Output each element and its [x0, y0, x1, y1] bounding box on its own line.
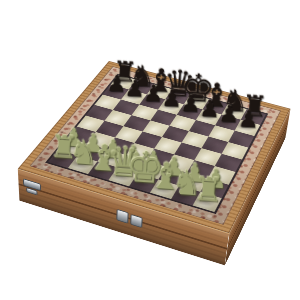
scene-caption: Folding wooden-box chess set with inlaid… — [0, 0, 1, 1]
photo-stage: ♜♞♝♛♚♝♞♜♟♟♟♟♟♟♟♟♟♟♟♟♟♟♟♟♜♞♝♛♚♝♞♜ — [0, 0, 300, 300]
clasp-plate — [116, 209, 128, 224]
chess-set-product-photo: Folding wooden-box chess set with inlaid… — [0, 0, 300, 300]
clasp-front-center — [116, 209, 144, 230]
board-square-h5 — [222, 142, 249, 160]
chess-box-top: ♜♞♝♛♚♝♞♜♟♟♟♟♟♟♟♟♟♟♟♟♟♟♟♟♜♞♝♛♚♝♞♜ — [18, 61, 291, 233]
clasp-front-left — [23, 178, 42, 197]
piece-glyph: ♜ — [192, 172, 224, 207]
clasp-plate — [130, 214, 143, 228]
